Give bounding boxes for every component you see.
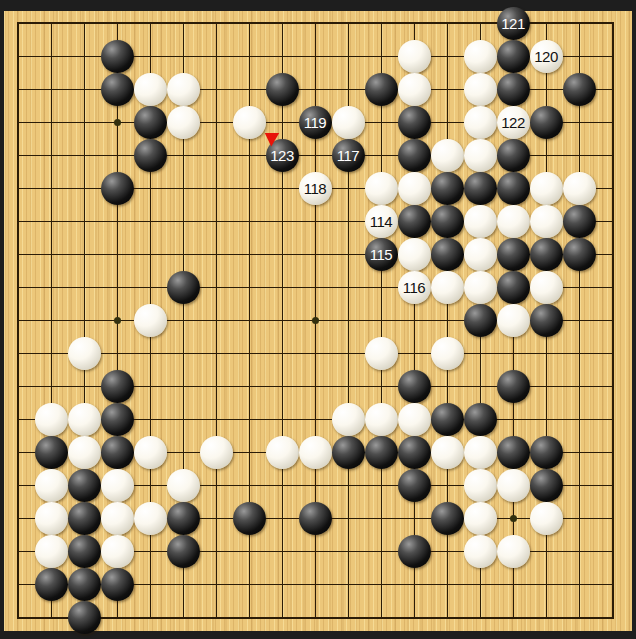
go-board-frame: 121120119122123117118114115116: [0, 0, 636, 639]
stone-white: [464, 436, 497, 469]
stone-black: [266, 73, 299, 106]
stone-black: [497, 40, 530, 73]
stone-white: [464, 502, 497, 535]
stone-black: [101, 436, 134, 469]
stone-white: [35, 502, 68, 535]
stone-white: [68, 337, 101, 370]
stone-white: [431, 139, 464, 172]
move-number-label: 123: [270, 148, 294, 163]
stone-white: [101, 469, 134, 502]
stone-white: [134, 304, 167, 337]
star-point: [114, 119, 121, 126]
stone-white: [134, 436, 167, 469]
move-number-label: 116: [403, 280, 425, 295]
stone-black: [497, 73, 530, 106]
stone-black-115: 115: [365, 238, 398, 271]
stone-white: [563, 172, 596, 205]
stone-white-122: 122: [497, 106, 530, 139]
stone-black: [68, 535, 101, 568]
stone-black: [464, 172, 497, 205]
stone-black: [68, 469, 101, 502]
stone-white: [497, 304, 530, 337]
stone-white: [233, 106, 266, 139]
stone-black: [101, 172, 134, 205]
stone-black: [497, 139, 530, 172]
move-number-label: 120: [534, 49, 558, 64]
stone-white: [68, 403, 101, 436]
stone-white: [464, 469, 497, 502]
stone-white: [398, 403, 431, 436]
stone-black: [398, 139, 431, 172]
stone-black: [398, 370, 431, 403]
stone-black: [299, 502, 332, 535]
stone-white: [167, 106, 200, 139]
stone-black: [101, 370, 134, 403]
move-number-label: 114: [370, 214, 392, 229]
stone-white: [464, 238, 497, 271]
stone-black-119: 119: [299, 106, 332, 139]
stone-white: [200, 436, 233, 469]
star-point: [510, 515, 517, 522]
stone-white: [464, 106, 497, 139]
stone-black: [233, 502, 266, 535]
stone-white: [134, 73, 167, 106]
stone-white: [398, 40, 431, 73]
star-point: [312, 317, 319, 324]
stone-white: [101, 502, 134, 535]
stone-white: [68, 436, 101, 469]
stone-white: [497, 535, 530, 568]
stone-black: [365, 73, 398, 106]
move-number-label: 122: [501, 115, 525, 130]
stone-white: [167, 469, 200, 502]
stone-black: [398, 106, 431, 139]
stone-black: [530, 238, 563, 271]
stone-white: [365, 337, 398, 370]
stone-white: [464, 73, 497, 106]
stone-black: [398, 469, 431, 502]
stone-black: [101, 40, 134, 73]
stone-white: [464, 535, 497, 568]
stone-black: [398, 436, 431, 469]
move-number-label: 121: [501, 16, 525, 31]
stone-white: [431, 337, 464, 370]
stone-black: [563, 205, 596, 238]
stone-black: [497, 271, 530, 304]
stone-white: [464, 205, 497, 238]
stone-white-116: 116: [398, 271, 431, 304]
stone-white-120: 120: [530, 40, 563, 73]
stone-black: [530, 469, 563, 502]
stone-black: [563, 73, 596, 106]
stone-black: [365, 436, 398, 469]
stone-black: [431, 403, 464, 436]
stone-black: [497, 436, 530, 469]
stone-black: [431, 502, 464, 535]
stone-white: [299, 436, 332, 469]
stone-white: [530, 271, 563, 304]
stone-black: [68, 601, 101, 634]
stone-white: [530, 205, 563, 238]
stone-black: [134, 106, 167, 139]
stone-white: [431, 271, 464, 304]
stone-black: [398, 535, 431, 568]
move-number-label: 118: [304, 181, 326, 196]
stone-white-114: 114: [365, 205, 398, 238]
stone-black: [101, 568, 134, 601]
stone-black: [68, 568, 101, 601]
go-board-surface[interactable]: 121120119122123117118114115116: [4, 11, 632, 631]
stone-black-117: 117: [332, 139, 365, 172]
stone-black: [167, 502, 200, 535]
stone-white: [398, 172, 431, 205]
stone-white: [35, 535, 68, 568]
stone-white: [497, 205, 530, 238]
stone-white: [530, 502, 563, 535]
stone-white: [365, 172, 398, 205]
stone-black: [497, 172, 530, 205]
stone-black: [332, 436, 365, 469]
stone-black: [398, 205, 431, 238]
star-point: [114, 317, 121, 324]
stone-white: [266, 436, 299, 469]
stone-black: [431, 205, 464, 238]
stone-black: [35, 568, 68, 601]
stone-white: [398, 73, 431, 106]
stone-white: [134, 502, 167, 535]
stone-black: [464, 304, 497, 337]
stone-black: [134, 139, 167, 172]
stone-black-123: 123: [266, 139, 299, 172]
stone-black: [530, 304, 563, 337]
stone-black: [35, 436, 68, 469]
move-number-label: 115: [370, 247, 392, 262]
stone-black: [530, 436, 563, 469]
stone-black: [101, 73, 134, 106]
stone-black: [431, 172, 464, 205]
stone-black: [530, 106, 563, 139]
stone-white: [398, 238, 431, 271]
stone-black: [431, 238, 464, 271]
stone-white: [332, 106, 365, 139]
stone-white: [35, 403, 68, 436]
stone-black-121: 121: [497, 7, 530, 40]
stone-black: [68, 502, 101, 535]
stone-black: [167, 535, 200, 568]
stone-white-118: 118: [299, 172, 332, 205]
stone-black: [167, 271, 200, 304]
stone-black: [464, 403, 497, 436]
stone-white: [35, 469, 68, 502]
stone-white: [464, 271, 497, 304]
stone-black: [497, 370, 530, 403]
stone-white: [167, 73, 200, 106]
stone-black: [101, 403, 134, 436]
stone-white: [530, 172, 563, 205]
stone-white: [365, 403, 398, 436]
stone-black: [563, 238, 596, 271]
stone-white: [464, 139, 497, 172]
stone-white: [497, 469, 530, 502]
stone-black: [497, 238, 530, 271]
stone-white: [464, 40, 497, 73]
move-number-label: 117: [337, 148, 359, 163]
stone-white: [101, 535, 134, 568]
stone-white: [431, 436, 464, 469]
stone-white: [332, 403, 365, 436]
move-number-label: 119: [304, 115, 326, 130]
